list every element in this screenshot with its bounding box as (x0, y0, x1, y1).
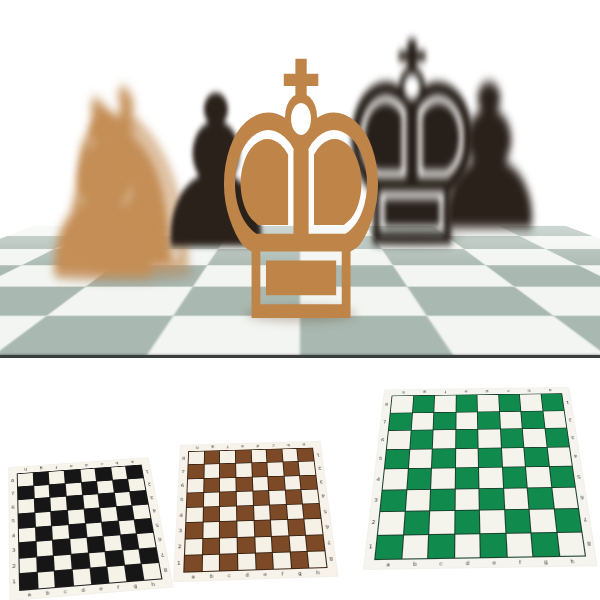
rank-label: 1 (566, 400, 569, 404)
mat-square (480, 510, 505, 533)
mat-square (541, 394, 564, 410)
rollup-board-green: abcdefgh abcdefgh 87654321 87654321 (364, 388, 596, 569)
mat-square (523, 429, 546, 447)
mat-square (108, 566, 126, 583)
mat-square (499, 395, 521, 411)
rank-label: 6 (580, 495, 584, 500)
mat-square (121, 534, 139, 549)
mat-square (456, 412, 477, 429)
file-label: b (115, 461, 118, 465)
mat-square (53, 539, 70, 555)
mat-square (272, 536, 289, 552)
mat-square (283, 462, 299, 475)
mat-square (306, 535, 324, 551)
mat-square (204, 464, 219, 477)
mat-square (18, 499, 34, 513)
mat-square (89, 552, 107, 568)
mat-square (543, 411, 566, 428)
file-label: g (423, 390, 426, 394)
file-label: d (245, 573, 249, 578)
mat-square (34, 498, 50, 512)
mat-square (189, 451, 204, 464)
rank-label: 4 (179, 513, 182, 518)
rank-label: 5 (379, 457, 383, 461)
mat-square (69, 523, 86, 538)
rank-label: 6 (381, 438, 385, 442)
mat-square (184, 555, 201, 572)
mat-square (404, 511, 429, 534)
file-label: b (287, 443, 290, 447)
mat-square (411, 413, 433, 430)
mat-square (531, 532, 558, 556)
mat-square (52, 525, 69, 540)
mat-square (298, 448, 314, 461)
mat-square (521, 411, 544, 428)
mat-square (286, 490, 303, 504)
mat-square (270, 505, 287, 520)
file-label: e (99, 586, 103, 591)
rank-label: 7 (383, 420, 386, 424)
mat-square (530, 509, 556, 531)
file-label: f (117, 585, 120, 590)
file-label: c (100, 462, 103, 466)
black-pawn-piece-right: ♟ (424, 59, 553, 259)
file-label: b (210, 574, 214, 579)
mat-square (54, 555, 71, 571)
mat-square (19, 513, 35, 528)
file-label: d (466, 561, 470, 567)
file-label: a (131, 460, 134, 464)
mat-square (99, 493, 116, 507)
rank-label: 2 (12, 564, 15, 569)
mat-square (479, 448, 502, 467)
mat-square (237, 521, 254, 536)
mat-square (113, 479, 130, 492)
mat-square (38, 572, 55, 589)
mat-square (300, 475, 317, 489)
mat-square (204, 478, 219, 492)
mat-square (456, 395, 477, 411)
mat-square (19, 542, 36, 558)
mat-square (137, 533, 155, 548)
chess-product-photo: ♞ ♟ ♟ ♚ ♚ ♟ abcdefgh abcdefgh 87654321 8… (0, 0, 600, 600)
mat-square (20, 557, 37, 573)
rank-label: 8 (182, 457, 185, 461)
mat-square (269, 490, 285, 504)
file-label: h (24, 467, 27, 471)
mat-square (36, 541, 53, 557)
mat-square (220, 537, 237, 553)
mat-square (188, 465, 203, 478)
mat-square (65, 470, 81, 483)
rank-label: 5 (323, 509, 327, 513)
mat-square (220, 451, 235, 464)
mat-square (128, 478, 145, 491)
rank-label: 7 (327, 540, 331, 545)
rank-label: 8 (329, 556, 333, 561)
mat-square (455, 534, 480, 558)
mat-square (73, 569, 91, 586)
mat-square (126, 465, 143, 478)
file-label: a (302, 443, 305, 447)
mat-square (375, 535, 402, 559)
mat-square (387, 431, 410, 449)
mat-square (254, 505, 270, 520)
mat-square (255, 553, 272, 570)
mat-square (71, 553, 89, 569)
mat-square (220, 522, 236, 537)
mat-square (455, 489, 479, 510)
mat-square (504, 488, 529, 509)
mat-square (383, 469, 408, 489)
mat-square (111, 466, 127, 479)
mat-square (479, 468, 503, 488)
rank-label: 4 (376, 477, 380, 481)
mat-square (102, 521, 119, 536)
mat-square (106, 551, 124, 567)
mat-square (505, 510, 531, 533)
mat-square (289, 535, 307, 551)
file-label: h (196, 446, 199, 450)
mat-square (237, 506, 253, 521)
mat-square (238, 537, 255, 553)
mat-square (20, 573, 37, 590)
mat-square (49, 471, 65, 484)
mat-square (254, 521, 271, 536)
mat-square (431, 468, 454, 488)
rank-label: 1 (12, 580, 15, 585)
file-label: c (228, 573, 231, 578)
file-label: h (570, 559, 574, 564)
mat-square (434, 412, 456, 429)
rank-label: 7 (161, 552, 165, 557)
mat-square (51, 497, 67, 511)
mat-square (554, 509, 581, 531)
mat-square (100, 507, 117, 521)
mat-square (51, 511, 67, 525)
mat-square (67, 496, 83, 510)
rank-label: 8 (385, 403, 388, 407)
mat-square (501, 448, 524, 467)
mat-square (35, 512, 51, 527)
file-label: f (55, 465, 57, 469)
mat-square (549, 467, 574, 487)
rank-label: 5 (12, 519, 15, 524)
file-label: e (69, 464, 72, 468)
file-label: c (440, 561, 443, 567)
mat-square (408, 449, 431, 468)
mat-square (405, 489, 430, 510)
mat-square (273, 552, 291, 569)
mat-square (456, 430, 478, 448)
mat-square (66, 483, 82, 496)
rank-label: 4 (12, 533, 15, 538)
file-label: e (492, 560, 496, 566)
file-label: c (64, 589, 67, 594)
mat-square (81, 481, 97, 494)
file-label: d (256, 444, 259, 448)
file-label: f (519, 560, 521, 565)
file-label: b (413, 562, 417, 568)
mat-square (288, 520, 305, 535)
mat-square (503, 467, 527, 487)
mat-square (547, 447, 572, 466)
mat-square (385, 449, 409, 468)
file-label: f (281, 571, 283, 576)
mat-square (428, 534, 454, 558)
mat-square (115, 492, 132, 506)
rank-label: 3 (320, 480, 324, 484)
file-label: g (544, 559, 548, 564)
mat-square (96, 468, 112, 481)
mat-square (253, 491, 269, 505)
mat-square (500, 411, 522, 428)
rank-label: 6 (181, 484, 184, 488)
mat-square (526, 467, 551, 487)
rank-label: 8 (163, 567, 167, 572)
mat-square (133, 505, 151, 519)
rank-label: 3 (374, 498, 378, 503)
mat-square (34, 485, 50, 499)
mat-square (237, 491, 253, 505)
file-label: e (241, 444, 244, 448)
mat-square (430, 489, 454, 510)
mat-square (220, 492, 236, 506)
mat-square (299, 462, 315, 475)
mat-square (506, 533, 532, 557)
mat-square (80, 469, 96, 482)
mat-square (402, 535, 428, 559)
file-label: g (298, 571, 302, 576)
mat-square (204, 451, 219, 464)
mat-square (220, 506, 236, 521)
file-label: d (85, 463, 88, 467)
mat-square (220, 464, 235, 477)
mat-square (187, 493, 203, 507)
rank-label: 1 (145, 469, 149, 473)
mat-square (55, 570, 73, 587)
mat-square (68, 509, 85, 523)
rank-label: 5 (180, 498, 183, 502)
mat-square (303, 504, 320, 519)
file-label: c (272, 444, 275, 448)
mat-square (545, 428, 569, 446)
brown-mat-squares (183, 448, 327, 573)
file-label: f (445, 390, 447, 393)
file-label: a (191, 574, 194, 579)
mat-square (477, 395, 498, 411)
hero-photo: ♞ ♟ ♟ ♚ ♚ ♟ (0, 0, 600, 372)
mat-square (282, 449, 298, 462)
mat-square (125, 565, 144, 581)
mat-square (455, 468, 478, 488)
rank-label: 7 (11, 492, 14, 496)
file-label: h (316, 570, 320, 575)
file-label: g (211, 445, 214, 449)
rank-label: 6 (158, 537, 162, 542)
mat-square (86, 522, 103, 537)
rank-label: 4 (322, 494, 326, 498)
mat-square (479, 488, 503, 509)
mat-square (410, 430, 433, 448)
rank-label: 5 (155, 522, 159, 527)
rank-label: 6 (11, 505, 14, 509)
file-label: h (402, 391, 405, 395)
rank-label: 3 (12, 548, 15, 553)
mat-square (433, 430, 455, 448)
file-label: a (28, 592, 32, 597)
rank-label: 8 (11, 479, 14, 483)
mat-square (478, 412, 500, 429)
mat-square (255, 536, 272, 552)
mat-square (37, 556, 54, 572)
mat-square (203, 522, 219, 537)
mat-square (18, 486, 33, 500)
mat-square (123, 549, 141, 565)
file-label: d (81, 588, 85, 593)
mat-square (455, 511, 479, 534)
mat-square (455, 448, 477, 467)
rank-label: 7 (181, 470, 184, 474)
rank-label: 4 (574, 454, 578, 458)
rank-label: 2 (318, 466, 322, 470)
mat-square (268, 462, 284, 475)
mat-square (202, 554, 219, 571)
file-label: c (507, 389, 510, 392)
mat-square (432, 449, 455, 468)
mat-square (185, 539, 202, 555)
mat-square (220, 554, 237, 571)
mat-square (287, 504, 304, 519)
rank-label: 2 (178, 544, 182, 549)
mat-square (119, 520, 137, 535)
file-label: e (264, 572, 268, 577)
mat-square (389, 413, 412, 430)
white-king-piece: ♚ (202, 18, 399, 373)
rank-label: 8 (587, 540, 591, 545)
mat-square (291, 552, 309, 569)
rank-label: 1 (316, 453, 319, 457)
mat-square (252, 463, 268, 476)
mat-square (271, 520, 288, 535)
mat-square (104, 535, 122, 550)
file-label: e (465, 390, 468, 393)
black-mat-squares (17, 465, 163, 591)
mat-square (308, 551, 326, 567)
rank-label: 1 (369, 544, 373, 549)
mat-square (378, 512, 404, 535)
file-label: a (549, 389, 552, 392)
mat-square (135, 518, 153, 533)
rollup-board-black: abcdefgh abcdefgh 87654321 87654321 (9, 458, 172, 600)
mat-square (131, 491, 148, 505)
rollup-board-brown: abcdefgh abcdefgh 87654321 87654321 (174, 441, 337, 581)
mat-square (19, 527, 35, 542)
mat-square (267, 449, 283, 462)
mat-square (557, 532, 585, 556)
mat-square (203, 538, 220, 554)
mat-square (251, 450, 266, 463)
mat-square (236, 463, 251, 476)
mat-square (305, 519, 323, 534)
mat-square (18, 473, 33, 486)
file-label: a (386, 562, 390, 568)
rank-label: 4 (153, 508, 157, 512)
mat-square (140, 548, 159, 564)
file-label: g (133, 583, 137, 588)
mat-square (204, 492, 220, 506)
mat-square (87, 537, 105, 552)
green-mat-squares (374, 393, 586, 560)
file-label: h (151, 582, 155, 587)
mat-square (238, 553, 255, 570)
rank-label: 1 (177, 561, 181, 566)
rank-label: 3 (150, 495, 154, 499)
mat-square (90, 568, 108, 585)
mat-square (268, 476, 284, 490)
rank-label: 3 (179, 528, 183, 533)
mat-square (117, 506, 134, 520)
file-label: f (227, 445, 229, 449)
mat-square (413, 396, 435, 412)
mat-square (501, 429, 524, 447)
mat-square (528, 488, 553, 509)
mat-square (187, 479, 203, 493)
mat-square (380, 490, 405, 511)
mat-square (84, 508, 101, 522)
mat-square (236, 477, 252, 491)
mat-square (524, 447, 548, 466)
file-label: b (46, 591, 50, 596)
mat-square (186, 507, 202, 522)
file-label: g (40, 466, 43, 470)
mat-square (220, 478, 235, 492)
mat-square (70, 538, 87, 553)
mat-square (83, 495, 100, 509)
mat-square (33, 472, 48, 485)
mat-square (186, 523, 203, 538)
mat-square (407, 469, 431, 489)
mat-square (520, 394, 542, 410)
mat-square (203, 507, 219, 522)
mat-square (36, 526, 53, 541)
mat-square (50, 484, 66, 498)
mat-square (284, 476, 300, 490)
rank-label: 6 (325, 524, 329, 529)
rank-label: 2 (568, 417, 572, 421)
mat-square (478, 429, 500, 447)
mat-square (236, 450, 251, 463)
rank-label: 2 (371, 520, 375, 525)
mat-square (252, 477, 268, 491)
mat-square (97, 480, 113, 493)
rank-label: 2 (148, 482, 152, 486)
mat-square (142, 563, 161, 579)
file-label: d (486, 389, 489, 392)
rank-label: 5 (577, 474, 581, 478)
mat-square (429, 511, 454, 534)
mat-square (480, 533, 506, 557)
mat-square (302, 489, 319, 503)
file-label: b (528, 389, 531, 392)
mat-square (552, 487, 578, 508)
rank-label: 3 (571, 435, 575, 439)
mat-square (434, 395, 455, 411)
rank-label: 7 (583, 517, 587, 522)
